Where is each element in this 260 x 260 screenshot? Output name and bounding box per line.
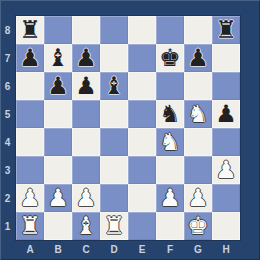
rank-label-5: 5 [0,100,15,128]
square-h4[interactable] [212,128,240,156]
rank-label-8: 8 [0,16,15,44]
square-f4[interactable]: ♞ [156,128,184,156]
square-c4[interactable] [72,128,100,156]
file-label-d: D [100,242,128,257]
square-b4[interactable] [44,128,72,156]
square-f7[interactable]: ♚ [156,44,184,72]
black-pawn[interactable]: ♟ [187,44,209,72]
white-king[interactable]: ♚ [187,212,209,240]
square-e3[interactable] [128,156,156,184]
square-f3[interactable] [156,156,184,184]
white-pawn[interactable]: ♟ [215,156,237,184]
white-pawn[interactable]: ♟ [47,184,69,212]
square-d1[interactable]: ♜ [100,212,128,240]
square-c7[interactable]: ♟ [72,44,100,72]
square-e4[interactable] [128,128,156,156]
file-label-e: E [128,242,156,257]
file-label-f: F [156,242,184,257]
square-a3[interactable] [16,156,44,184]
square-h6[interactable] [212,72,240,100]
square-g2[interactable]: ♟ [184,184,212,212]
black-knight[interactable]: ♞ [159,100,181,128]
white-rook[interactable]: ♜ [19,212,41,240]
square-b5[interactable] [44,100,72,128]
rank-label-7: 7 [0,44,15,72]
rank-label-1: 1 [0,212,15,240]
square-f1[interactable] [156,212,184,240]
square-e6[interactable] [128,72,156,100]
square-g4[interactable] [184,128,212,156]
rank-label-3: 3 [0,156,15,184]
white-rook[interactable]: ♜ [103,212,125,240]
square-g8[interactable] [184,16,212,44]
rank-label-6: 6 [0,72,15,100]
white-pawn[interactable]: ♟ [159,184,181,212]
square-e5[interactable] [128,100,156,128]
white-pawn[interactable]: ♟ [75,184,97,212]
square-g6[interactable] [184,72,212,100]
square-d5[interactable] [100,100,128,128]
square-b6[interactable]: ♟ [44,72,72,100]
square-d6[interactable]: ♝ [100,72,128,100]
square-b2[interactable]: ♟ [44,184,72,212]
black-bishop[interactable]: ♝ [47,44,69,72]
rank-labels: 87654321 [0,16,16,240]
file-label-h: H [212,242,240,257]
square-f6[interactable] [156,72,184,100]
square-d4[interactable] [100,128,128,156]
square-h8[interactable]: ♜ [212,16,240,44]
square-h5[interactable]: ♟ [212,100,240,128]
square-e2[interactable] [128,184,156,212]
square-d8[interactable] [100,16,128,44]
white-pawn[interactable]: ♟ [19,184,41,212]
file-label-a: A [16,242,44,257]
square-f2[interactable]: ♟ [156,184,184,212]
square-a2[interactable]: ♟ [16,184,44,212]
square-h1[interactable] [212,212,240,240]
black-rook[interactable]: ♜ [215,16,237,44]
square-d7[interactable] [100,44,128,72]
file-label-b: B [44,242,72,257]
square-a6[interactable] [16,72,44,100]
rank-label-4: 4 [0,128,15,156]
square-e1[interactable] [128,212,156,240]
square-f5[interactable]: ♞ [156,100,184,128]
square-b1[interactable] [44,212,72,240]
square-g1[interactable]: ♚ [184,212,212,240]
black-pawn[interactable]: ♟ [215,100,237,128]
black-bishop[interactable]: ♝ [103,72,125,100]
square-h2[interactable] [212,184,240,212]
square-c3[interactable] [72,156,100,184]
black-pawn[interactable]: ♟ [75,44,97,72]
square-g3[interactable] [184,156,212,184]
rank-label-2: 2 [0,184,15,212]
square-c1[interactable]: ♝ [72,212,100,240]
chess-board: ♜♜♟♝♟♚♟♟♟♝♞♞♟♞♟♟♟♟♟♟♜♝♜♚ [16,16,240,240]
square-a5[interactable] [16,100,44,128]
square-e8[interactable] [128,16,156,44]
square-g5[interactable]: ♞ [184,100,212,128]
square-b3[interactable] [44,156,72,184]
black-pawn[interactable]: ♟ [47,72,69,100]
square-c6[interactable]: ♟ [72,72,100,100]
white-pawn[interactable]: ♟ [187,184,209,212]
square-d2[interactable] [100,184,128,212]
square-a8[interactable]: ♜ [16,16,44,44]
square-b8[interactable] [44,16,72,44]
square-h7[interactable] [212,44,240,72]
file-label-c: C [72,242,100,257]
square-b7[interactable]: ♝ [44,44,72,72]
black-pawn[interactable]: ♟ [75,72,97,100]
black-pawn[interactable]: ♟ [19,44,41,72]
square-f8[interactable] [156,16,184,44]
square-d3[interactable] [100,156,128,184]
square-c5[interactable] [72,100,100,128]
square-c2[interactable]: ♟ [72,184,100,212]
white-knight[interactable]: ♞ [187,100,209,128]
file-labels: ABCDEFGH [16,242,240,258]
square-a1[interactable]: ♜ [16,212,44,240]
black-rook[interactable]: ♜ [19,16,41,44]
square-e7[interactable] [128,44,156,72]
white-knight[interactable]: ♞ [159,128,181,156]
file-label-g: G [184,242,212,257]
black-king[interactable]: ♚ [159,44,181,72]
square-g7[interactable]: ♟ [184,44,212,72]
chess-diagram: 87654321 ♜♜♟♝♟♚♟♟♟♝♞♞♟♞♟♟♟♟♟♟♜♝♜♚ ABCDEF… [0,0,260,260]
square-a7[interactable]: ♟ [16,44,44,72]
square-a4[interactable] [16,128,44,156]
square-c8[interactable] [72,16,100,44]
square-h3[interactable]: ♟ [212,156,240,184]
white-bishop[interactable]: ♝ [75,212,97,240]
